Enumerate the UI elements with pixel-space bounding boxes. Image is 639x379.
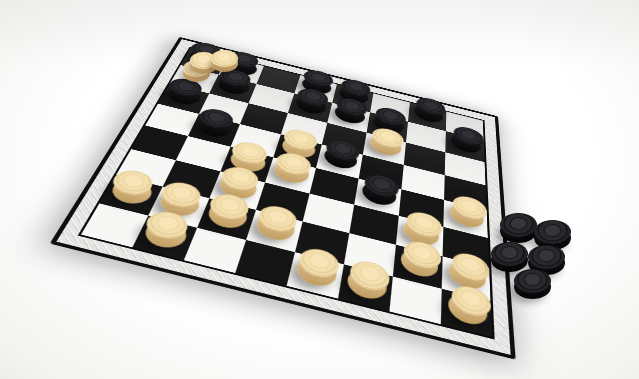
captured-black-checker-3[interactable] (491, 242, 528, 266)
photo-scene (0, 0, 639, 379)
checker-top (491, 242, 528, 266)
black-checker-r3c1[interactable] (194, 117, 234, 142)
captured-black-checker-2[interactable] (534, 220, 571, 244)
white-checker-r4c7[interactable] (448, 204, 482, 233)
white-checker-r7c1[interactable] (140, 220, 190, 255)
white-checker-r6c3[interactable] (253, 214, 297, 247)
black-checker-r1c3[interactable] (293, 97, 327, 120)
black-checker-r1c4[interactable] (332, 106, 365, 129)
checker-top (211, 50, 238, 67)
black-checker-r1c7[interactable] (450, 135, 480, 159)
black-checker-r4c5[interactable] (360, 183, 396, 212)
captured-black-checker-5[interactable] (514, 269, 551, 293)
captured-black-checker-4[interactable] (528, 245, 565, 269)
captured-black-checker-1[interactable] (500, 213, 537, 237)
black-checker-r1c1[interactable] (215, 78, 252, 100)
black-checker-r0c6[interactable] (413, 106, 443, 128)
checker-top (514, 269, 551, 293)
white-checker-r6c0[interactable] (107, 179, 156, 210)
captured-white-checker-3[interactable] (211, 50, 238, 67)
white-checker-r4c3[interactable] (271, 161, 310, 189)
checkers-board (50, 37, 516, 360)
white-checker-r6c6[interactable] (399, 250, 437, 284)
white-checker-r7c4[interactable] (293, 257, 337, 293)
black-checker-r2c0[interactable] (164, 87, 204, 110)
checker-top (528, 245, 565, 269)
white-checker-r6c2[interactable] (204, 203, 249, 235)
checker-top (534, 220, 571, 244)
white-checker-r7c7[interactable] (447, 294, 486, 331)
black-checker-r3c4[interactable] (322, 148, 358, 174)
white-checker-r7c5[interactable] (345, 270, 387, 306)
checker-top (500, 213, 537, 237)
